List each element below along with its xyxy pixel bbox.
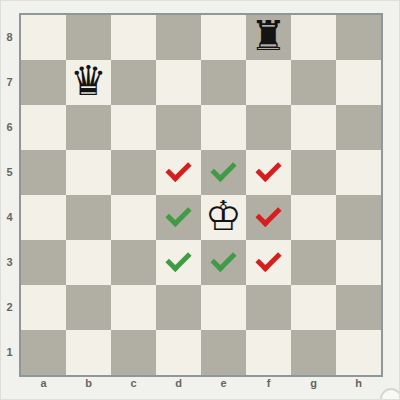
square-h4[interactable] bbox=[336, 195, 381, 240]
square-e6[interactable] bbox=[201, 105, 246, 150]
square-d2[interactable] bbox=[156, 285, 201, 330]
red-check-icon bbox=[255, 246, 281, 272]
square-e7[interactable] bbox=[201, 60, 246, 105]
white-king-piece[interactable]: ♔ bbox=[205, 196, 242, 237]
square-f8[interactable]: ♜ bbox=[246, 15, 291, 60]
square-b5[interactable] bbox=[66, 150, 111, 195]
square-e3[interactable] bbox=[201, 240, 246, 285]
file-label-f: f bbox=[246, 377, 291, 391]
square-b2[interactable] bbox=[66, 285, 111, 330]
square-b7[interactable]: ♛ bbox=[66, 60, 111, 105]
chess-board: ♜♛♔ bbox=[19, 13, 383, 377]
rank-label-3: 3 bbox=[2, 256, 17, 268]
square-g2[interactable] bbox=[291, 285, 336, 330]
square-a7[interactable] bbox=[21, 60, 66, 105]
square-h6[interactable] bbox=[336, 105, 381, 150]
square-f7[interactable] bbox=[246, 60, 291, 105]
square-a8[interactable] bbox=[21, 15, 66, 60]
square-e8[interactable] bbox=[201, 15, 246, 60]
square-d3[interactable] bbox=[156, 240, 201, 285]
square-h8[interactable] bbox=[336, 15, 381, 60]
square-g3[interactable] bbox=[291, 240, 336, 285]
square-c2[interactable] bbox=[111, 285, 156, 330]
square-f6[interactable] bbox=[246, 105, 291, 150]
square-h5[interactable] bbox=[336, 150, 381, 195]
file-label-g: g bbox=[291, 377, 336, 391]
square-h2[interactable] bbox=[336, 285, 381, 330]
rank-label-8: 8 bbox=[2, 31, 17, 43]
red-check-icon bbox=[165, 156, 191, 182]
corner-circle-handle[interactable] bbox=[380, 388, 400, 400]
square-d8[interactable] bbox=[156, 15, 201, 60]
green-check-icon bbox=[165, 246, 191, 272]
rank-label-6: 6 bbox=[2, 121, 17, 133]
rank-label-5: 5 bbox=[2, 166, 17, 178]
black-queen-piece[interactable]: ♛ bbox=[70, 61, 107, 102]
square-g4[interactable] bbox=[291, 195, 336, 240]
square-c8[interactable] bbox=[111, 15, 156, 60]
rank-label-7: 7 bbox=[2, 76, 17, 88]
green-check-icon bbox=[210, 246, 236, 272]
square-g1[interactable] bbox=[291, 330, 336, 375]
square-b8[interactable] bbox=[66, 15, 111, 60]
square-b6[interactable] bbox=[66, 105, 111, 150]
red-check-icon bbox=[255, 156, 281, 182]
square-d1[interactable] bbox=[156, 330, 201, 375]
square-c1[interactable] bbox=[111, 330, 156, 375]
square-h7[interactable] bbox=[336, 60, 381, 105]
square-f1[interactable] bbox=[246, 330, 291, 375]
square-f3[interactable] bbox=[246, 240, 291, 285]
green-check-icon bbox=[165, 201, 191, 227]
square-d6[interactable] bbox=[156, 105, 201, 150]
rank-label-2: 2 bbox=[2, 301, 17, 313]
square-f5[interactable] bbox=[246, 150, 291, 195]
square-g8[interactable] bbox=[291, 15, 336, 60]
square-b1[interactable] bbox=[66, 330, 111, 375]
square-g7[interactable] bbox=[291, 60, 336, 105]
square-d4[interactable] bbox=[156, 195, 201, 240]
square-f2[interactable] bbox=[246, 285, 291, 330]
file-label-h: h bbox=[336, 377, 381, 391]
file-label-e: e bbox=[201, 377, 246, 391]
square-c4[interactable] bbox=[111, 195, 156, 240]
rank-label-1: 1 bbox=[2, 346, 17, 358]
rank-label-4: 4 bbox=[2, 211, 17, 223]
square-a5[interactable] bbox=[21, 150, 66, 195]
chess-puzzle-page: { "game": "chess", "position": { "fen": … bbox=[0, 0, 400, 400]
square-b3[interactable] bbox=[66, 240, 111, 285]
file-label-c: c bbox=[111, 377, 156, 391]
square-g5[interactable] bbox=[291, 150, 336, 195]
square-h1[interactable] bbox=[336, 330, 381, 375]
square-f4[interactable] bbox=[246, 195, 291, 240]
file-label-d: d bbox=[156, 377, 201, 391]
square-d5[interactable] bbox=[156, 150, 201, 195]
file-label-a: a bbox=[21, 377, 66, 391]
square-h3[interactable] bbox=[336, 240, 381, 285]
square-a3[interactable] bbox=[21, 240, 66, 285]
square-c6[interactable] bbox=[111, 105, 156, 150]
square-e2[interactable] bbox=[201, 285, 246, 330]
square-a1[interactable] bbox=[21, 330, 66, 375]
square-a2[interactable] bbox=[21, 285, 66, 330]
square-d7[interactable] bbox=[156, 60, 201, 105]
square-a6[interactable] bbox=[21, 105, 66, 150]
file-label-b: b bbox=[66, 377, 111, 391]
square-g6[interactable] bbox=[291, 105, 336, 150]
black-rook-piece[interactable]: ♜ bbox=[250, 16, 287, 57]
square-c7[interactable] bbox=[111, 60, 156, 105]
square-e5[interactable] bbox=[201, 150, 246, 195]
square-b4[interactable] bbox=[66, 195, 111, 240]
square-c3[interactable] bbox=[111, 240, 156, 285]
square-e1[interactable] bbox=[201, 330, 246, 375]
green-check-icon bbox=[210, 156, 236, 182]
square-c5[interactable] bbox=[111, 150, 156, 195]
red-check-icon bbox=[255, 201, 281, 227]
square-a4[interactable] bbox=[21, 195, 66, 240]
square-e4[interactable]: ♔ bbox=[201, 195, 246, 240]
